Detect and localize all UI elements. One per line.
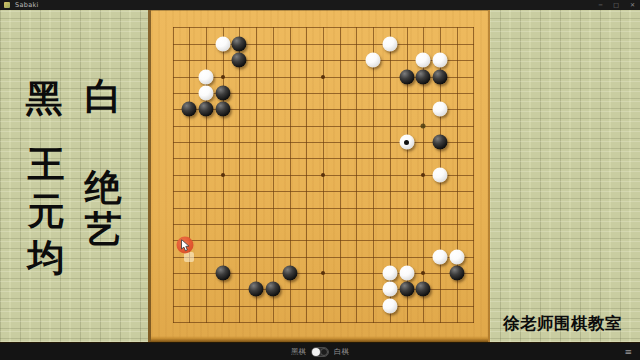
- white-stone[interactable]: [433, 249, 448, 264]
- turn-indicator[interactable]: [311, 347, 329, 357]
- star-point: [321, 271, 325, 275]
- white-player-name-char: 绝: [85, 169, 122, 206]
- window-controls: ─ □ ✕: [599, 2, 635, 8]
- black-player-name-char: 元: [28, 192, 65, 229]
- watermark-text: 徐老师围棋教室: [503, 313, 622, 335]
- black-stone[interactable]: [449, 266, 464, 281]
- white-stone[interactable]: [416, 53, 431, 68]
- white-stone[interactable]: [449, 249, 464, 264]
- star-point: [421, 271, 425, 275]
- annotation-dot: [421, 123, 426, 128]
- black-stone[interactable]: [232, 36, 247, 51]
- white-stone[interactable]: [215, 36, 230, 51]
- app-window: Sabaki ─ □ ✕ 黑王元均白绝艺 徐老师围棋教室 黑棋 白棋 ≡: [0, 0, 640, 360]
- maximize-icon[interactable]: □: [613, 2, 619, 8]
- grid-line-vertical: [340, 27, 341, 323]
- grid-line-horizontal: [173, 306, 475, 307]
- white-stone[interactable]: [433, 167, 448, 182]
- black-player-label: 黑棋: [291, 348, 306, 356]
- mouse-cursor: [177, 237, 194, 254]
- cursor-arrow-icon: [181, 240, 192, 252]
- white-stone[interactable]: [433, 102, 448, 117]
- grid-line-vertical: [356, 27, 357, 323]
- black-stone-icon: [320, 348, 328, 356]
- white-stone[interactable]: [433, 53, 448, 68]
- white-stone[interactable]: [382, 36, 397, 51]
- go-board[interactable]: [148, 10, 490, 342]
- black-player-name-char: 王: [28, 146, 65, 183]
- grid-line-vertical: [473, 27, 474, 323]
- star-point: [221, 173, 225, 177]
- grid-line-horizontal: [173, 240, 475, 241]
- white-player-name-char: 艺: [85, 211, 122, 248]
- grid-line-horizontal: [173, 322, 475, 323]
- star-point: [321, 75, 325, 79]
- app-title: Sabaki: [15, 2, 39, 9]
- black-stone[interactable]: [232, 53, 247, 68]
- white-stone[interactable]: [382, 266, 397, 281]
- black-stone[interactable]: [198, 102, 213, 117]
- white-stone[interactable]: [366, 53, 381, 68]
- black-player-name-char: 均: [28, 239, 65, 276]
- black-stone[interactable]: [215, 102, 230, 117]
- bottom-bar: 黑棋 白棋 ≡: [0, 342, 640, 360]
- app-icon: [4, 2, 10, 8]
- white-stone[interactable]: [382, 282, 397, 297]
- black-stone[interactable]: [399, 69, 414, 84]
- white-stone[interactable]: [382, 298, 397, 313]
- star-point: [421, 173, 425, 177]
- black-stone[interactable]: [433, 135, 448, 150]
- black-header-char: 黑: [26, 80, 63, 117]
- white-header-char: 白: [85, 78, 122, 115]
- black-stone[interactable]: [416, 282, 431, 297]
- grid-line-vertical: [373, 27, 374, 323]
- grid-line-horizontal: [173, 224, 475, 225]
- black-stone[interactable]: [399, 282, 414, 297]
- hamburger-menu-icon[interactable]: ≡: [624, 347, 632, 356]
- grid-line-horizontal: [173, 257, 475, 258]
- white-stone-icon: [312, 348, 320, 356]
- black-stone[interactable]: [215, 266, 230, 281]
- black-stone[interactable]: [249, 282, 264, 297]
- grid-line-horizontal: [173, 191, 475, 192]
- black-stone[interactable]: [215, 85, 230, 100]
- black-stone[interactable]: [282, 266, 297, 281]
- title-bar: Sabaki ─ □ ✕: [0, 0, 640, 10]
- close-icon[interactable]: ✕: [630, 2, 635, 8]
- black-stone[interactable]: [265, 282, 280, 297]
- white-stone[interactable]: [198, 69, 213, 84]
- minimize-icon[interactable]: ─: [599, 2, 603, 8]
- black-stone[interactable]: [433, 69, 448, 84]
- white-stone[interactable]: [399, 135, 414, 150]
- black-stone[interactable]: [182, 102, 197, 117]
- white-player-label: 白棋: [334, 348, 349, 356]
- star-point: [321, 173, 325, 177]
- white-stone[interactable]: [198, 85, 213, 100]
- last-move-marker: [404, 140, 409, 145]
- black-stone[interactable]: [416, 69, 431, 84]
- star-point: [221, 75, 225, 79]
- grid-line-horizontal: [173, 208, 475, 209]
- white-stone[interactable]: [399, 266, 414, 281]
